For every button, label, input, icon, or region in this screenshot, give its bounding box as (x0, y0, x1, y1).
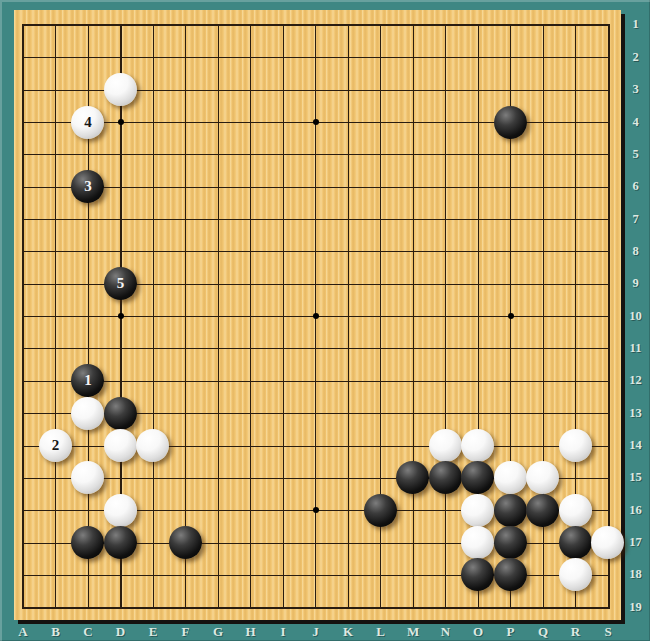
column-label-N: N (429, 624, 462, 639)
row-label-9: 9 (627, 268, 644, 300)
column-label-D: D (104, 624, 137, 639)
stone-white-D16 (104, 494, 137, 527)
stone-white-P15 (494, 461, 527, 494)
stone-black-R17 (559, 526, 592, 559)
stone-black-P16 (494, 494, 527, 527)
stone-black-O18 (461, 558, 494, 591)
column-label-G: G (202, 624, 235, 639)
row-label-15: 15 (627, 462, 644, 494)
stone-black-D13 (104, 397, 137, 430)
stone-black-C17 (71, 526, 104, 559)
move-number-2: 2 (52, 438, 60, 453)
stone-white-Q15 (526, 461, 559, 494)
stone-black-Q16 (526, 494, 559, 527)
move-number-1: 1 (84, 373, 92, 388)
stone-white-D3 (104, 73, 137, 106)
stone-black-M15 (396, 461, 429, 494)
row-label-8: 8 (627, 235, 644, 267)
go-diagram-window: 43512 ABCDEFGHIJKLMNOPQRS 12345678910111… (0, 0, 650, 641)
stone-white-N14 (429, 429, 462, 462)
column-labels: ABCDEFGHIJKLMNOPQRS (7, 624, 625, 639)
go-board[interactable]: 43512 (14, 10, 621, 620)
stone-white-O14 (461, 429, 494, 462)
row-label-3: 3 (627, 73, 644, 105)
row-label-17: 17 (627, 526, 644, 558)
column-label-K: K (332, 624, 365, 639)
stone-white-C4: 4 (71, 106, 104, 139)
stone-black-C12: 1 (71, 364, 104, 397)
row-label-14: 14 (627, 429, 644, 461)
row-label-2: 2 (627, 41, 644, 73)
stone-black-C6: 3 (71, 170, 104, 203)
move-number-3: 3 (84, 179, 92, 194)
column-label-H: H (234, 624, 267, 639)
column-label-L: L (364, 624, 397, 639)
column-label-C: C (72, 624, 105, 639)
stone-white-B14: 2 (39, 429, 72, 462)
stone-white-O17 (461, 526, 494, 559)
move-number-5: 5 (117, 276, 125, 291)
stone-white-D14 (104, 429, 137, 462)
row-label-12: 12 (627, 365, 644, 397)
column-label-F: F (169, 624, 202, 639)
column-label-M: M (397, 624, 430, 639)
stone-black-P4 (494, 106, 527, 139)
column-label-A: A (7, 624, 40, 639)
stone-black-P17 (494, 526, 527, 559)
stone-white-S17 (591, 526, 624, 559)
row-label-19: 19 (627, 591, 644, 623)
row-label-6: 6 (627, 171, 644, 203)
column-label-O: O (462, 624, 495, 639)
row-label-16: 16 (627, 494, 644, 526)
column-label-R: R (559, 624, 592, 639)
stone-black-D9: 5 (104, 267, 137, 300)
row-label-5: 5 (627, 138, 644, 170)
stone-black-D17 (104, 526, 137, 559)
row-label-1: 1 (627, 9, 644, 41)
move-number-4: 4 (84, 115, 92, 130)
row-label-13: 13 (627, 397, 644, 429)
stone-black-L16 (364, 494, 397, 527)
stone-black-O15 (461, 461, 494, 494)
stone-white-C13 (71, 397, 104, 430)
row-label-7: 7 (627, 203, 644, 235)
column-label-B: B (39, 624, 72, 639)
stone-white-E14 (136, 429, 169, 462)
stone-black-N15 (429, 461, 462, 494)
stone-black-F17 (169, 526, 202, 559)
row-label-11: 11 (627, 332, 644, 364)
row-label-10: 10 (627, 300, 644, 332)
stones-grid: 43512 (7, 9, 625, 624)
column-label-Q: Q (527, 624, 560, 639)
column-label-J: J (299, 624, 332, 639)
row-labels: 12345678910111213141516171819 (627, 9, 644, 624)
column-label-E: E (137, 624, 170, 639)
stone-black-P18 (494, 558, 527, 591)
stone-white-C15 (71, 461, 104, 494)
column-label-P: P (494, 624, 527, 639)
stone-white-R14 (559, 429, 592, 462)
column-label-I: I (267, 624, 300, 639)
stone-white-R18 (559, 558, 592, 591)
column-label-S: S (592, 624, 625, 639)
stone-white-R16 (559, 494, 592, 527)
row-label-18: 18 (627, 559, 644, 591)
row-label-4: 4 (627, 106, 644, 138)
stone-white-O16 (461, 494, 494, 527)
